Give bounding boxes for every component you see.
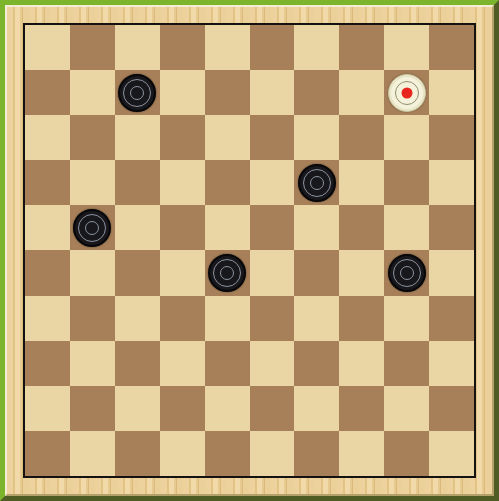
board-square-dark[interactable] [429,386,474,431]
board-square-dark[interactable] [160,386,205,431]
board-square-dark[interactable] [70,386,115,431]
board-square-dark[interactable] [25,160,70,205]
board-square-dark[interactable] [115,250,160,295]
board-square-dark[interactable] [250,386,295,431]
board-square-dark[interactable] [250,115,295,160]
board-square-dark[interactable] [429,205,474,250]
board-square-light [339,70,384,115]
board-square-dark[interactable] [294,70,339,115]
board-square-light [250,250,295,295]
board-square-dark[interactable] [384,431,429,476]
board-square-dark[interactable] [205,250,250,295]
board-square-dark[interactable] [70,296,115,341]
board-square-light [429,250,474,295]
board-square-dark[interactable] [339,205,384,250]
board-square-light [25,115,70,160]
board-square-light [70,341,115,386]
board-square-dark[interactable] [205,70,250,115]
board-square-light [160,341,205,386]
board-square-light [70,431,115,476]
board-square-dark[interactable] [205,431,250,476]
board-square-dark[interactable] [429,25,474,70]
board-square-light [205,386,250,431]
board-square-light [205,205,250,250]
board-square-light [384,205,429,250]
board-square-dark[interactable] [160,115,205,160]
white-king-piece[interactable] [388,74,426,112]
board-square-dark[interactable] [339,386,384,431]
board-square-dark[interactable] [429,115,474,160]
board-square-dark[interactable] [250,296,295,341]
board-square-dark[interactable] [429,296,474,341]
board-square-light [115,115,160,160]
board-square-light [25,296,70,341]
board-square-dark[interactable] [384,341,429,386]
board-square-light [115,296,160,341]
board-border-line [23,23,476,478]
board-square-dark[interactable] [294,160,339,205]
board-square-dark[interactable] [115,431,160,476]
black-man-piece[interactable] [298,164,336,202]
board-square-dark[interactable] [70,205,115,250]
board-square-light [429,341,474,386]
board-square-light [25,386,70,431]
board-square-dark[interactable] [339,115,384,160]
board-square-dark[interactable] [160,25,205,70]
board-square-dark[interactable] [339,25,384,70]
board-square-light [384,115,429,160]
board-square-light [429,160,474,205]
board-square-light [384,25,429,70]
board-square-dark[interactable] [115,160,160,205]
board-square-dark[interactable] [294,250,339,295]
board-square-light [294,386,339,431]
board-square-light [339,160,384,205]
board-square-dark[interactable] [250,205,295,250]
board-square-light [339,431,384,476]
board-square-light [70,70,115,115]
black-man-piece[interactable] [73,209,111,247]
board-outer-green-frame [0,0,499,501]
board-square-light [205,115,250,160]
board-square-dark[interactable] [115,70,160,115]
board-square-dark[interactable] [250,25,295,70]
board-square-light [429,70,474,115]
board-square-light [250,431,295,476]
board-square-dark[interactable] [70,25,115,70]
checkers-board [25,25,474,476]
board-square-dark[interactable] [205,341,250,386]
board-square-light [250,341,295,386]
board-square-light [160,160,205,205]
board-square-light [25,25,70,70]
board-square-dark[interactable] [339,296,384,341]
board-square-light [25,205,70,250]
board-square-light [384,296,429,341]
board-square-light [115,25,160,70]
board-square-light [339,341,384,386]
board-square-light [70,160,115,205]
board-square-light [294,205,339,250]
wooden-frame [7,7,492,494]
board-square-light [205,296,250,341]
board-square-light [250,160,295,205]
frame-highlight-line [5,5,494,496]
board-square-dark[interactable] [115,341,160,386]
board-square-dark[interactable] [25,341,70,386]
board-square-light [250,70,295,115]
board-square-light [205,25,250,70]
black-man-piece[interactable] [208,254,246,292]
board-square-light [160,250,205,295]
board-square-light [339,250,384,295]
board-square-dark[interactable] [70,115,115,160]
board-square-dark[interactable] [25,250,70,295]
board-square-dark[interactable] [25,431,70,476]
board-square-dark[interactable] [294,341,339,386]
board-square-light [294,25,339,70]
black-man-piece[interactable] [388,254,426,292]
board-square-dark[interactable] [25,70,70,115]
board-square-dark[interactable] [384,160,429,205]
board-square-light [294,115,339,160]
board-square-light [294,296,339,341]
board-square-light [429,431,474,476]
black-man-piece[interactable] [118,74,156,112]
board-square-dark[interactable] [160,205,205,250]
board-square-dark[interactable] [205,160,250,205]
board-square-light [160,70,205,115]
board-square-light [384,386,429,431]
board-square-dark[interactable] [294,431,339,476]
board-square-dark[interactable] [384,70,429,115]
board-square-light [115,386,160,431]
board-square-light [70,250,115,295]
board-square-dark[interactable] [160,296,205,341]
board-square-light [115,205,160,250]
board-square-light [160,431,205,476]
board-square-dark[interactable] [384,250,429,295]
